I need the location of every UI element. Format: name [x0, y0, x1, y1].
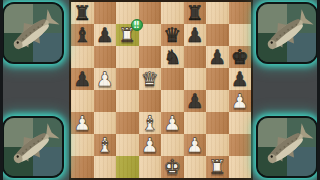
- square-f6[interactable]: [184, 46, 207, 68]
- black-queen: ♛: [163, 25, 181, 45]
- fish-image: [258, 4, 316, 62]
- square-a2[interactable]: [71, 134, 94, 156]
- square-a5[interactable]: ♟: [71, 68, 94, 90]
- square-b5[interactable]: ♟: [94, 68, 117, 90]
- square-d5[interactable]: ♛: [139, 68, 162, 90]
- square-h7[interactable]: [229, 24, 252, 46]
- white-bishop: ♝: [141, 113, 159, 133]
- white-rook: ♜: [208, 157, 226, 177]
- square-f4[interactable]: ♟: [184, 90, 207, 112]
- square-a7[interactable]: ♝: [71, 24, 94, 46]
- square-f5[interactable]: [184, 68, 207, 90]
- square-e3[interactable]: ♟: [161, 112, 184, 134]
- square-g2[interactable]: [206, 134, 229, 156]
- square-g6[interactable]: ♟: [206, 46, 229, 68]
- white-queen: ♛: [141, 69, 159, 89]
- fish-thumbnail-top-left: [2, 2, 64, 64]
- square-e2[interactable]: [161, 134, 184, 156]
- fish-image: [4, 4, 62, 62]
- square-g8[interactable]: [206, 2, 229, 24]
- black-rook: ♜: [73, 3, 91, 23]
- square-f8[interactable]: ♜: [184, 2, 207, 24]
- square-e6[interactable]: ♞: [161, 46, 184, 68]
- square-c5[interactable]: [116, 68, 139, 90]
- white-bishop: ♝: [96, 135, 114, 155]
- black-pawn: ♟: [96, 25, 114, 45]
- white-pawn: ♟: [231, 91, 249, 111]
- square-h6[interactable]: ♚: [229, 46, 252, 68]
- square-a6[interactable]: [71, 46, 94, 68]
- square-a1[interactable]: [71, 156, 94, 178]
- square-c2[interactable]: [116, 134, 139, 156]
- black-bishop: ♝: [73, 25, 91, 45]
- square-h3[interactable]: [229, 112, 252, 134]
- square-b8[interactable]: [94, 2, 117, 24]
- square-e5[interactable]: [161, 68, 184, 90]
- square-e1[interactable]: ♚: [161, 156, 184, 178]
- square-d3[interactable]: ♝: [139, 112, 162, 134]
- square-b3[interactable]: [94, 112, 117, 134]
- square-d4[interactable]: [139, 90, 162, 112]
- black-pawn: ♟: [208, 47, 226, 67]
- black-pawn: ♟: [231, 69, 249, 89]
- square-f7[interactable]: ♟: [184, 24, 207, 46]
- square-b4[interactable]: [94, 90, 117, 112]
- square-a3[interactable]: ♟: [71, 112, 94, 134]
- fish-thumbnail-bottom-left: [2, 116, 64, 178]
- white-pawn: ♟: [186, 135, 204, 155]
- square-h8[interactable]: [229, 2, 252, 24]
- square-f3[interactable]: [184, 112, 207, 134]
- square-h4[interactable]: ♟: [229, 90, 252, 112]
- white-king: ♚: [163, 157, 181, 177]
- square-e4[interactable]: [161, 90, 184, 112]
- square-b6[interactable]: [94, 46, 117, 68]
- square-d6[interactable]: [139, 46, 162, 68]
- square-g4[interactable]: [206, 90, 229, 112]
- black-pawn: ♟: [186, 91, 204, 111]
- white-pawn: ♟: [73, 113, 91, 133]
- square-a4[interactable]: [71, 90, 94, 112]
- square-h1[interactable]: [229, 156, 252, 178]
- square-b1[interactable]: [94, 156, 117, 178]
- square-b7[interactable]: ♟: [94, 24, 117, 46]
- square-f2[interactable]: ♟: [184, 134, 207, 156]
- square-b2[interactable]: ♝: [94, 134, 117, 156]
- chess-board-frame: ♜♜♝♟♜!!♛♟♞♟♚♟♟♛♟♟♟♟♝♟♝♟♟♚♜: [69, 0, 253, 180]
- square-e8[interactable]: [161, 2, 184, 24]
- square-f1[interactable]: [184, 156, 207, 178]
- fish-image: [4, 118, 62, 176]
- white-pawn: ♟: [96, 69, 114, 89]
- square-d1[interactable]: [139, 156, 162, 178]
- black-rook: ♜: [186, 3, 204, 23]
- black-pawn: ♟: [73, 69, 91, 89]
- square-c4[interactable]: [116, 90, 139, 112]
- fish-image: [258, 118, 316, 176]
- black-king: ♚: [231, 47, 249, 67]
- square-h2[interactable]: [229, 134, 252, 156]
- white-pawn: ♟: [141, 135, 159, 155]
- square-c7[interactable]: ♜!!: [116, 24, 139, 46]
- square-c6[interactable]: [116, 46, 139, 68]
- square-g5[interactable]: [206, 68, 229, 90]
- white-pawn: ♟: [163, 113, 181, 133]
- square-g7[interactable]: [206, 24, 229, 46]
- fish-thumbnail-top-right: [256, 2, 318, 64]
- square-c3[interactable]: [116, 112, 139, 134]
- brilliant-move-badge: !!: [131, 19, 143, 31]
- square-h5[interactable]: ♟: [229, 68, 252, 90]
- screen-edge-left: [0, 0, 3, 180]
- square-g3[interactable]: [206, 112, 229, 134]
- square-e7[interactable]: ♛: [161, 24, 184, 46]
- square-d2[interactable]: ♟: [139, 134, 162, 156]
- black-pawn: ♟: [186, 25, 204, 45]
- square-g1[interactable]: ♜: [206, 156, 229, 178]
- fish-thumbnail-bottom-right: [256, 116, 318, 178]
- chess-board: ♜♜♝♟♜!!♛♟♞♟♚♟♟♛♟♟♟♟♝♟♝♟♟♚♜: [71, 2, 251, 178]
- square-c1[interactable]: [116, 156, 139, 178]
- black-knight: ♞: [163, 47, 181, 67]
- square-a8[interactable]: ♜: [71, 2, 94, 24]
